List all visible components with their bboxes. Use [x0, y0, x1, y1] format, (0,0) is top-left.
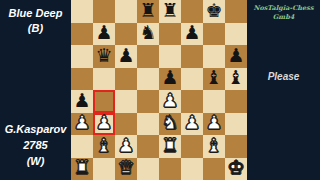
square-e6 — [159, 45, 181, 68]
square-b7: ♟ — [93, 23, 115, 46]
square-a1: ♜ — [71, 158, 93, 181]
square-d4 — [137, 90, 159, 113]
square-b5 — [93, 68, 115, 91]
square-c5 — [115, 68, 137, 91]
square-e2: ♜ — [159, 135, 181, 158]
square-b1 — [93, 158, 115, 181]
square-a5 — [71, 68, 93, 91]
black-knight-d7: ♞ — [139, 23, 156, 42]
black-rook-d8: ♜ — [139, 1, 156, 20]
square-b3: ♟ — [93, 113, 115, 136]
square-h5: ♝ — [225, 68, 247, 91]
white-queen-c1: ♛ — [117, 158, 134, 177]
square-d7: ♞ — [137, 23, 159, 46]
square-g5: ♝ — [203, 68, 225, 91]
black-pawn-e5: ♟ — [161, 68, 178, 87]
square-c4 — [115, 90, 137, 113]
square-f6 — [181, 45, 203, 68]
square-b8 — [93, 0, 115, 23]
white-bishop-b2: ♝ — [95, 136, 112, 155]
black-queen-b6: ♛ — [95, 46, 112, 65]
square-g6 — [203, 45, 225, 68]
square-h7 — [225, 23, 247, 46]
video-frame: Blue Deep (B) G.Kasparov 2785 (W) ♜♜♚♟♞♟… — [0, 0, 320, 180]
black-pawn-h6: ♟ — [227, 46, 244, 65]
square-c8 — [115, 0, 137, 23]
watermark-line2: Gmb4 — [247, 13, 320, 22]
square-f8 — [181, 0, 203, 23]
white-pawn-c2: ♟ — [117, 136, 134, 155]
square-a6 — [71, 45, 93, 68]
square-e4: ♟ — [159, 90, 181, 113]
black-pawn-f7: ♟ — [183, 23, 200, 42]
black-pawn-a4: ♟ — [73, 91, 90, 110]
square-h3 — [225, 113, 247, 136]
square-e7 — [159, 23, 181, 46]
white-pawn-b3: ♟ — [95, 113, 112, 132]
square-c6: ♟ — [115, 45, 137, 68]
white-pawn-a3: ♟ — [73, 113, 90, 132]
black-king-g8: ♚ — [205, 1, 222, 20]
square-b6: ♛ — [93, 45, 115, 68]
chess-board: ♜♜♚♟♞♟♛♟♟♟♝♝♟♟♟♟♞♟♟♝♟♜♝♜♛♚ — [71, 0, 247, 180]
square-e8: ♜ — [159, 0, 181, 23]
square-g1 — [203, 158, 225, 181]
square-d1 — [137, 158, 159, 181]
subscribe-please-text: Please — [247, 71, 320, 82]
square-c2: ♟ — [115, 135, 137, 158]
square-f2 — [181, 135, 203, 158]
square-a7 — [71, 23, 93, 46]
square-a3: ♟ — [71, 113, 93, 136]
black-bishop-h5: ♝ — [227, 68, 244, 87]
white-side-indicator: (W) — [0, 153, 71, 169]
black-pawn-b7: ♟ — [95, 23, 112, 42]
square-e1 — [159, 158, 181, 181]
square-g2: ♝ — [203, 135, 225, 158]
white-player-name: G.Kasparov — [0, 121, 71, 137]
square-a2 — [71, 135, 93, 158]
square-b4 — [93, 90, 115, 113]
square-a8 — [71, 0, 93, 23]
square-c7 — [115, 23, 137, 46]
white-pawn-e4: ♟ — [161, 91, 178, 110]
black-rook-e8: ♜ — [161, 1, 178, 20]
left-panel: Blue Deep (B) G.Kasparov 2785 (W) — [0, 0, 71, 180]
white-rook-e2: ♜ — [161, 136, 178, 155]
channel-watermark: NosTalgia-Chess Gmb4 — [247, 4, 320, 22]
square-b2: ♝ — [93, 135, 115, 158]
white-pawn-g3: ♟ — [205, 113, 222, 132]
square-h1: ♚ — [225, 158, 247, 181]
square-h6: ♟ — [225, 45, 247, 68]
black-side-indicator: (B) — [0, 21, 71, 36]
square-g3: ♟ — [203, 113, 225, 136]
black-player-name: Blue Deep — [0, 6, 71, 21]
square-f4 — [181, 90, 203, 113]
white-king-h1: ♚ — [227, 158, 244, 177]
square-h8 — [225, 0, 247, 23]
square-g8: ♚ — [203, 0, 225, 23]
right-panel: NosTalgia-Chess Gmb4 SUBSCRIBE Please — [247, 0, 320, 180]
white-player-label: G.Kasparov 2785 (W) — [0, 121, 71, 169]
white-pawn-f3: ♟ — [183, 113, 200, 132]
square-c1: ♛ — [115, 158, 137, 181]
square-g4 — [203, 90, 225, 113]
square-f7: ♟ — [181, 23, 203, 46]
square-d8: ♜ — [137, 0, 159, 23]
watermark-line1: NosTalgia-Chess — [247, 4, 320, 13]
square-h4 — [225, 90, 247, 113]
white-rook-a1: ♜ — [73, 158, 90, 177]
black-player-label: Blue Deep (B) — [0, 6, 71, 36]
square-d2 — [137, 135, 159, 158]
white-bishop-g2: ♝ — [205, 136, 222, 155]
square-d3 — [137, 113, 159, 136]
black-pawn-c6: ♟ — [117, 46, 134, 65]
white-knight-e3: ♞ — [161, 113, 178, 132]
black-bishop-g5: ♝ — [205, 68, 222, 87]
square-d6 — [137, 45, 159, 68]
square-c3 — [115, 113, 137, 136]
square-a4: ♟ — [71, 90, 93, 113]
white-player-rating: 2785 — [0, 137, 71, 153]
square-e5: ♟ — [159, 68, 181, 91]
square-e3: ♞ — [159, 113, 181, 136]
square-f1 — [181, 158, 203, 181]
square-f3: ♟ — [181, 113, 203, 136]
square-g7 — [203, 23, 225, 46]
square-d5 — [137, 68, 159, 91]
square-f5 — [181, 68, 203, 91]
square-h2 — [225, 135, 247, 158]
